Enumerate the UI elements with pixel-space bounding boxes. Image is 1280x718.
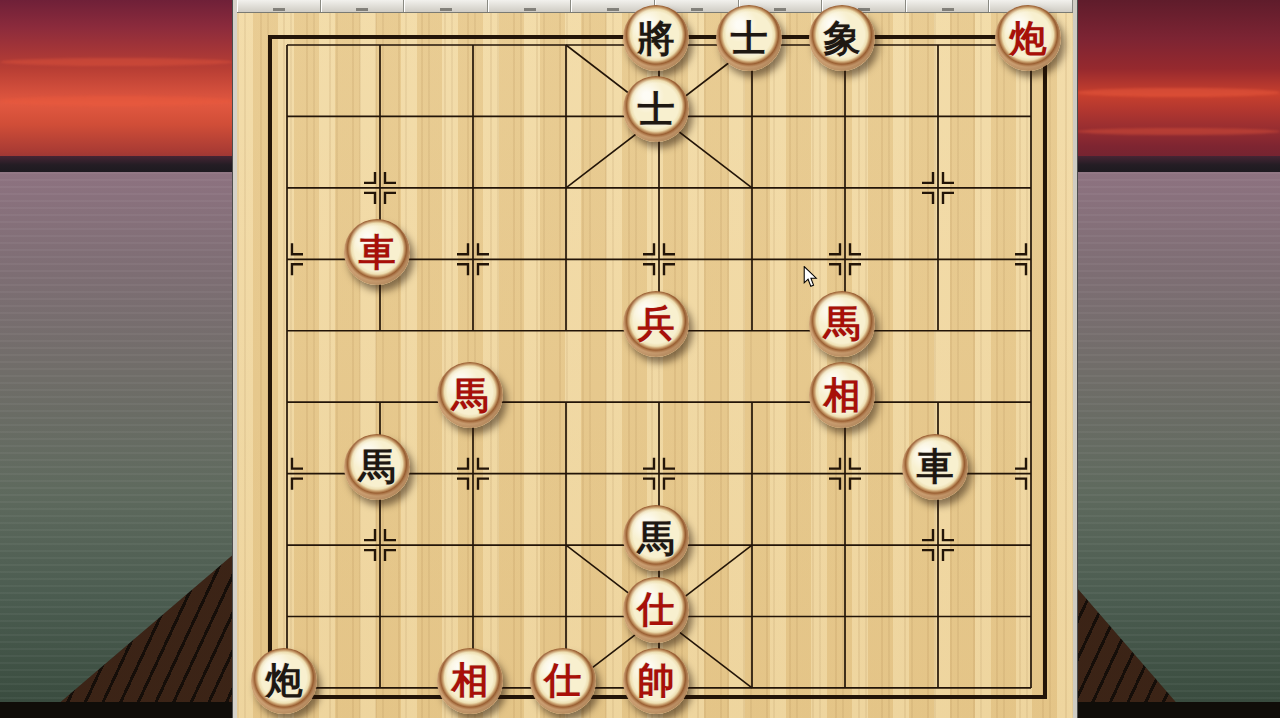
screen: { "toolbar": { "button_count": 10 }, "ga… xyxy=(0,0,1280,718)
xiangqi-app-window: 將士象炮士車兵馬馬相馬車馬仕炮相仕帥 xyxy=(233,0,1077,718)
black-general[interactable]: 將 xyxy=(613,9,706,80)
piece-glyph: 帥 xyxy=(638,662,675,699)
piece-grid: 將士象炮士車兵馬馬相馬車馬仕炮相仕帥 xyxy=(241,9,1078,718)
cloud-streak xyxy=(1077,128,1280,135)
piece-glyph: 相 xyxy=(824,377,861,414)
piece-glyph: 仕 xyxy=(545,662,582,699)
black-piece-disc: 將 xyxy=(623,5,689,71)
piece-glyph: 馬 xyxy=(359,448,396,485)
red-piece-disc: 馬 xyxy=(437,362,503,428)
cloud-streak xyxy=(0,58,233,66)
cloud-streak xyxy=(1077,88,1280,97)
piece-glyph: 炮 xyxy=(266,662,303,699)
red-chariot[interactable]: 車 xyxy=(334,224,427,295)
red-piece-disc: 馬 xyxy=(809,291,875,357)
red-piece-disc: 仕 xyxy=(530,648,596,714)
red-advisor[interactable]: 仕 xyxy=(520,652,613,718)
red-horse[interactable]: 馬 xyxy=(427,367,520,438)
red-piece-disc: 兵 xyxy=(623,291,689,357)
pier-shadow-band xyxy=(1077,702,1280,718)
pier-shadow-band xyxy=(0,702,233,718)
sunset-sky xyxy=(0,0,233,172)
red-piece-disc: 車 xyxy=(344,219,410,285)
sunset-sky xyxy=(1077,0,1280,172)
black-piece-disc: 車 xyxy=(902,434,968,500)
piece-glyph: 炮 xyxy=(1010,20,1047,57)
red-piece-disc: 仕 xyxy=(623,577,689,643)
red-elephant[interactable]: 相 xyxy=(427,652,520,718)
piece-glyph: 相 xyxy=(452,662,489,699)
black-piece-disc: 馬 xyxy=(623,505,689,571)
piece-glyph: 士 xyxy=(638,91,675,128)
red-general[interactable]: 帥 xyxy=(613,652,706,718)
piece-glyph: 仕 xyxy=(638,591,675,628)
black-piece-disc: 象 xyxy=(809,5,875,71)
black-piece-disc: 馬 xyxy=(344,434,410,500)
background-photo-right xyxy=(1077,0,1280,718)
black-advisor[interactable]: 士 xyxy=(613,81,706,152)
black-piece-disc: 炮 xyxy=(251,648,317,714)
red-advisor[interactable]: 仕 xyxy=(613,581,706,652)
piece-glyph: 將 xyxy=(638,20,675,57)
cloud-streak xyxy=(0,96,233,106)
black-advisor[interactable]: 士 xyxy=(706,9,799,80)
horizon-hills xyxy=(1077,156,1280,172)
red-soldier[interactable]: 兵 xyxy=(613,295,706,366)
piece-glyph: 兵 xyxy=(638,305,675,342)
black-piece-disc: 士 xyxy=(716,5,782,71)
red-cannon[interactable]: 炮 xyxy=(985,9,1078,80)
horizon-hills xyxy=(0,156,233,172)
red-elephant[interactable]: 相 xyxy=(799,367,892,438)
black-piece-disc: 士 xyxy=(623,76,689,142)
black-horse[interactable]: 馬 xyxy=(334,438,427,509)
black-elephant[interactable]: 象 xyxy=(799,9,892,80)
red-piece-disc: 炮 xyxy=(995,5,1061,71)
red-piece-disc: 相 xyxy=(809,362,875,428)
background-photo-left xyxy=(0,0,233,718)
piece-glyph: 士 xyxy=(731,20,768,57)
black-chariot[interactable]: 車 xyxy=(892,438,985,509)
piece-glyph: 馬 xyxy=(638,520,675,557)
piece-glyph: 馬 xyxy=(824,305,861,342)
piece-glyph: 馬 xyxy=(452,377,489,414)
piece-glyph: 車 xyxy=(917,448,954,485)
red-piece-disc: 帥 xyxy=(623,648,689,714)
piece-glyph: 象 xyxy=(824,20,861,57)
piece-glyph: 車 xyxy=(359,234,396,271)
black-cannon[interactable]: 炮 xyxy=(241,652,334,718)
xiangqi-board[interactable]: 將士象炮士車兵馬馬相馬車馬仕炮相仕帥 xyxy=(266,33,1050,701)
red-piece-disc: 相 xyxy=(437,648,503,714)
black-horse[interactable]: 馬 xyxy=(613,509,706,580)
red-horse[interactable]: 馬 xyxy=(799,295,892,366)
